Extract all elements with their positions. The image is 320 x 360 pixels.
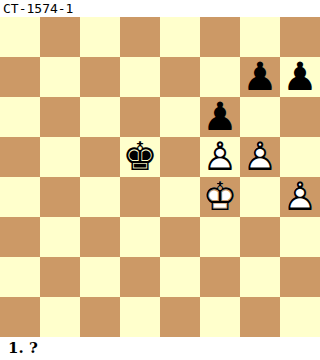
square-e1[interactable] bbox=[160, 297, 200, 337]
square-b6[interactable] bbox=[40, 97, 80, 137]
square-g8[interactable] bbox=[240, 17, 280, 57]
square-g7[interactable]: ♟ bbox=[240, 57, 280, 97]
square-g1[interactable] bbox=[240, 297, 280, 337]
square-f5[interactable]: ♟♙ bbox=[200, 137, 240, 177]
white-pawn-icon: ♙ bbox=[240, 137, 280, 177]
square-b8[interactable] bbox=[40, 17, 80, 57]
diagram-title: CT-1574-1 bbox=[3, 1, 73, 16]
black-king-icon: ♚ bbox=[120, 137, 160, 177]
square-h7[interactable]: ♟ bbox=[280, 57, 320, 97]
square-d5[interactable]: ♚ bbox=[120, 137, 160, 177]
square-g3[interactable] bbox=[240, 217, 280, 257]
square-e2[interactable] bbox=[160, 257, 200, 297]
square-f3[interactable] bbox=[200, 217, 240, 257]
square-h2[interactable] bbox=[280, 257, 320, 297]
square-c2[interactable] bbox=[80, 257, 120, 297]
square-c5[interactable] bbox=[80, 137, 120, 177]
square-c7[interactable] bbox=[80, 57, 120, 97]
white-king-icon: ♔ bbox=[200, 177, 240, 217]
square-h5[interactable] bbox=[280, 137, 320, 177]
square-f2[interactable] bbox=[200, 257, 240, 297]
square-d4[interactable] bbox=[120, 177, 160, 217]
square-a7[interactable] bbox=[0, 57, 40, 97]
square-e8[interactable] bbox=[160, 17, 200, 57]
square-d1[interactable] bbox=[120, 297, 160, 337]
square-h8[interactable] bbox=[280, 17, 320, 57]
square-b3[interactable] bbox=[40, 217, 80, 257]
square-f8[interactable] bbox=[200, 17, 240, 57]
square-d2[interactable] bbox=[120, 257, 160, 297]
square-e7[interactable] bbox=[160, 57, 200, 97]
square-h4[interactable]: ♟♙ bbox=[280, 177, 320, 217]
square-d3[interactable] bbox=[120, 217, 160, 257]
square-a2[interactable] bbox=[0, 257, 40, 297]
square-d6[interactable] bbox=[120, 97, 160, 137]
black-pawn-icon: ♟ bbox=[240, 57, 280, 97]
square-b2[interactable] bbox=[40, 257, 80, 297]
square-a8[interactable] bbox=[0, 17, 40, 57]
square-d8[interactable] bbox=[120, 17, 160, 57]
square-c1[interactable] bbox=[80, 297, 120, 337]
square-a6[interactable] bbox=[0, 97, 40, 137]
square-e4[interactable] bbox=[160, 177, 200, 217]
square-e6[interactable] bbox=[160, 97, 200, 137]
square-a1[interactable] bbox=[0, 297, 40, 337]
square-g6[interactable] bbox=[240, 97, 280, 137]
square-a5[interactable] bbox=[0, 137, 40, 177]
square-c8[interactable] bbox=[80, 17, 120, 57]
square-g5[interactable]: ♟♙ bbox=[240, 137, 280, 177]
white-pawn-icon: ♙ bbox=[200, 137, 240, 177]
square-b7[interactable] bbox=[40, 57, 80, 97]
square-f1[interactable] bbox=[200, 297, 240, 337]
square-c6[interactable] bbox=[80, 97, 120, 137]
square-c3[interactable] bbox=[80, 217, 120, 257]
square-h3[interactable] bbox=[280, 217, 320, 257]
square-e5[interactable] bbox=[160, 137, 200, 177]
square-e3[interactable] bbox=[160, 217, 200, 257]
square-f7[interactable] bbox=[200, 57, 240, 97]
square-d7[interactable] bbox=[120, 57, 160, 97]
square-f4[interactable]: ♚♔ bbox=[200, 177, 240, 217]
square-c4[interactable] bbox=[80, 177, 120, 217]
square-a3[interactable] bbox=[0, 217, 40, 257]
square-g4[interactable] bbox=[240, 177, 280, 217]
square-h6[interactable] bbox=[280, 97, 320, 137]
square-b5[interactable] bbox=[40, 137, 80, 177]
move-prompt: 1. ? bbox=[8, 338, 38, 358]
square-h1[interactable] bbox=[280, 297, 320, 337]
black-pawn-icon: ♟ bbox=[200, 97, 240, 137]
square-f6[interactable]: ♟ bbox=[200, 97, 240, 137]
square-g2[interactable] bbox=[240, 257, 280, 297]
square-b4[interactable] bbox=[40, 177, 80, 217]
white-pawn-icon: ♙ bbox=[280, 177, 320, 217]
black-pawn-icon: ♟ bbox=[280, 57, 320, 97]
square-b1[interactable] bbox=[40, 297, 80, 337]
chess-board: ♟♟♟♚♟♙♟♙♚♔♟♙ bbox=[0, 17, 320, 337]
square-a4[interactable] bbox=[0, 177, 40, 217]
